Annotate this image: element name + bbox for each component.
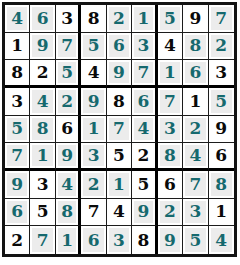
- cell-r9c3[interactable]: 1: [56, 226, 81, 254]
- cell-r1c5[interactable]: 2: [107, 5, 132, 33]
- cell-r6c5[interactable]: 5: [107, 143, 132, 171]
- cell-r2c7[interactable]: 4: [158, 33, 183, 61]
- cell-r7c7[interactable]: 6: [158, 171, 183, 199]
- cell-r2c6[interactable]: 3: [132, 33, 157, 61]
- cell-r4c6[interactable]: 6: [132, 88, 157, 116]
- cell-r8c7[interactable]: 2: [158, 199, 183, 227]
- cell-r8c1[interactable]: 6: [5, 199, 30, 227]
- cell-r9c6[interactable]: 8: [132, 226, 157, 254]
- cell-r1c8[interactable]: 9: [183, 5, 208, 33]
- cell-r4c2[interactable]: 4: [30, 88, 55, 116]
- cell-r2c1[interactable]: 1: [5, 33, 30, 61]
- cell-r3c8[interactable]: 6: [183, 60, 208, 88]
- cell-r5c9[interactable]: 9: [209, 116, 234, 144]
- cell-r6c3[interactable]: 9: [56, 143, 81, 171]
- cell-r2c8[interactable]: 8: [183, 33, 208, 61]
- cell-r9c5[interactable]: 3: [107, 226, 132, 254]
- cell-r3c5[interactable]: 9: [107, 60, 132, 88]
- cell-r8c4[interactable]: 7: [81, 199, 106, 227]
- cell-r6c2[interactable]: 1: [30, 143, 55, 171]
- cell-r9c4[interactable]: 6: [81, 226, 106, 254]
- cell-r8c8[interactable]: 3: [183, 199, 208, 227]
- cell-r6c1[interactable]: 7: [5, 143, 30, 171]
- cell-r1c9[interactable]: 7: [209, 5, 234, 33]
- sudoku-board: 4638215971975634828254971633429867155861…: [2, 2, 237, 257]
- cell-r7c3[interactable]: 4: [56, 171, 81, 199]
- cell-r5c7[interactable]: 3: [158, 116, 183, 144]
- cell-r1c4[interactable]: 8: [81, 5, 106, 33]
- cell-r1c7[interactable]: 5: [158, 5, 183, 33]
- cell-r8c6[interactable]: 9: [132, 199, 157, 227]
- cell-r1c6[interactable]: 1: [132, 5, 157, 33]
- cell-r2c9[interactable]: 2: [209, 33, 234, 61]
- cell-r5c6[interactable]: 4: [132, 116, 157, 144]
- cell-r8c2[interactable]: 5: [30, 199, 55, 227]
- cell-r3c9[interactable]: 3: [209, 60, 234, 88]
- cell-r3c4[interactable]: 4: [81, 60, 106, 88]
- cell-r7c2[interactable]: 3: [30, 171, 55, 199]
- cell-r3c3[interactable]: 5: [56, 60, 81, 88]
- cell-r4c9[interactable]: 5: [209, 88, 234, 116]
- cell-r6c4[interactable]: 3: [81, 143, 106, 171]
- cell-r4c4[interactable]: 9: [81, 88, 106, 116]
- cell-r4c8[interactable]: 1: [183, 88, 208, 116]
- cell-r6c7[interactable]: 8: [158, 143, 183, 171]
- cell-r7c9[interactable]: 8: [209, 171, 234, 199]
- cell-r3c1[interactable]: 8: [5, 60, 30, 88]
- cell-r1c2[interactable]: 6: [30, 5, 55, 33]
- cell-r4c3[interactable]: 2: [56, 88, 81, 116]
- cell-r2c4[interactable]: 5: [81, 33, 106, 61]
- cell-r5c5[interactable]: 7: [107, 116, 132, 144]
- cell-r7c6[interactable]: 5: [132, 171, 157, 199]
- cell-r4c1[interactable]: 3: [5, 88, 30, 116]
- cell-r5c8[interactable]: 2: [183, 116, 208, 144]
- cell-r4c5[interactable]: 8: [107, 88, 132, 116]
- cell-r8c9[interactable]: 1: [209, 199, 234, 227]
- cell-r6c9[interactable]: 6: [209, 143, 234, 171]
- cell-r5c2[interactable]: 8: [30, 116, 55, 144]
- cell-r1c3[interactable]: 3: [56, 5, 81, 33]
- cell-r2c2[interactable]: 9: [30, 33, 55, 61]
- cell-r9c7[interactable]: 9: [158, 226, 183, 254]
- cell-r9c9[interactable]: 4: [209, 226, 234, 254]
- cell-r5c1[interactable]: 5: [5, 116, 30, 144]
- cell-r4c7[interactable]: 7: [158, 88, 183, 116]
- cell-r6c6[interactable]: 2: [132, 143, 157, 171]
- cell-r5c3[interactable]: 6: [56, 116, 81, 144]
- cell-r1c1[interactable]: 4: [5, 5, 30, 33]
- cell-r8c3[interactable]: 8: [56, 199, 81, 227]
- cell-r9c1[interactable]: 2: [5, 226, 30, 254]
- cell-r5c4[interactable]: 1: [81, 116, 106, 144]
- cell-r3c7[interactable]: 1: [158, 60, 183, 88]
- cell-r7c4[interactable]: 2: [81, 171, 106, 199]
- cell-r7c1[interactable]: 9: [5, 171, 30, 199]
- cell-r3c6[interactable]: 7: [132, 60, 157, 88]
- cell-r3c2[interactable]: 2: [30, 60, 55, 88]
- cell-r2c3[interactable]: 7: [56, 33, 81, 61]
- cell-r8c5[interactable]: 4: [107, 199, 132, 227]
- cell-r7c5[interactable]: 1: [107, 171, 132, 199]
- cell-r7c8[interactable]: 7: [183, 171, 208, 199]
- cell-r6c8[interactable]: 4: [183, 143, 208, 171]
- cell-r9c8[interactable]: 5: [183, 226, 208, 254]
- cell-r2c5[interactable]: 6: [107, 33, 132, 61]
- cell-r9c2[interactable]: 7: [30, 226, 55, 254]
